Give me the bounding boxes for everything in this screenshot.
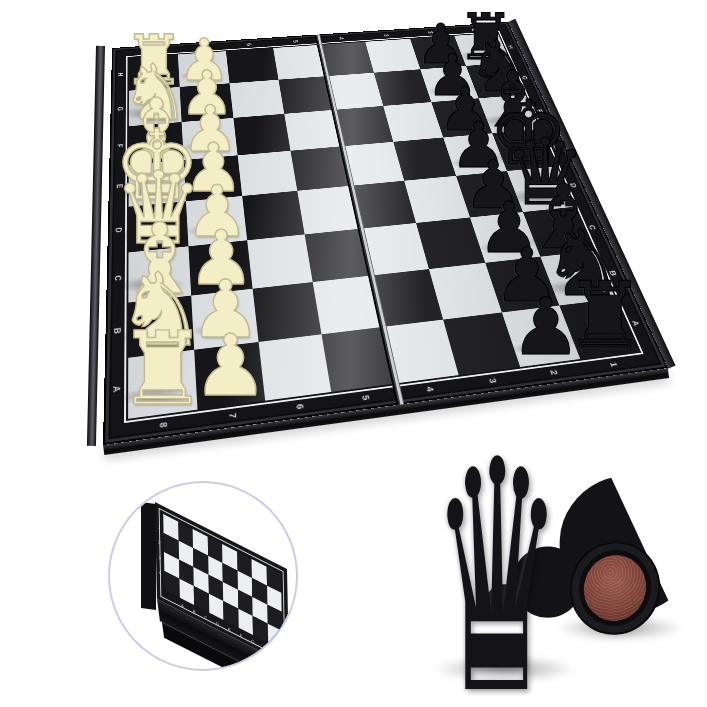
black-queen-standing: ♛ [431, 418, 563, 707]
product-photo: HH88GG77FF66EE55DD44CC33BB22AA11 ♜♟♟♜♞♟♟… [0, 0, 707, 707]
pieces-closeup: ♟ ♛ [0, 0, 707, 707]
